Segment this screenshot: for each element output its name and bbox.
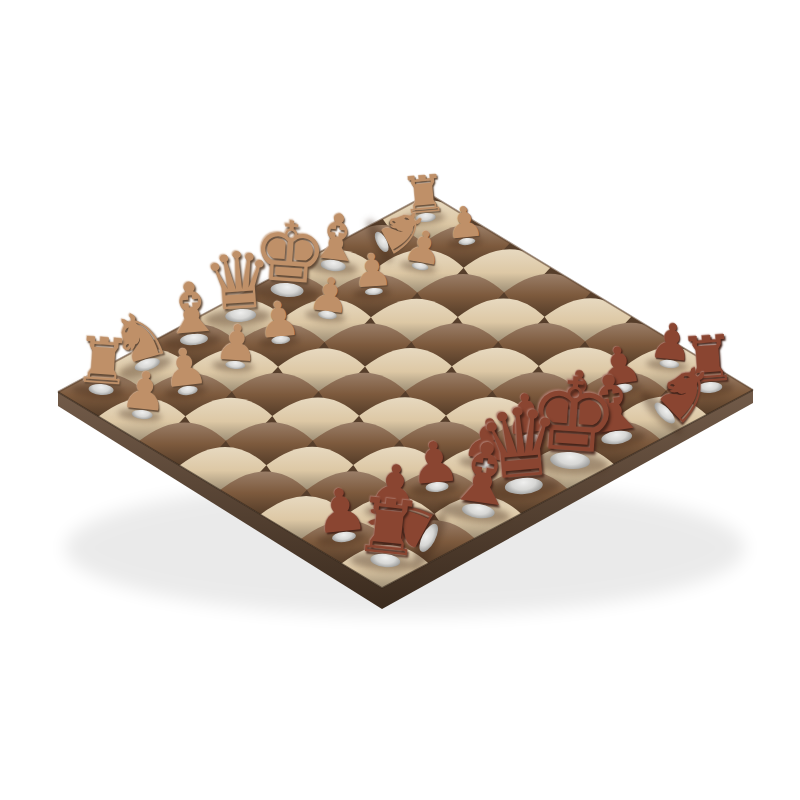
wobble-chess-set-photo: ♜♞♝♛♚♝♞♜♟♟♟♟♟♟♟♟♟♟♟♟♟♟♟♟♜♞♝♛♚♝♞♜ xyxy=(0,0,800,800)
chessboard xyxy=(0,0,800,800)
